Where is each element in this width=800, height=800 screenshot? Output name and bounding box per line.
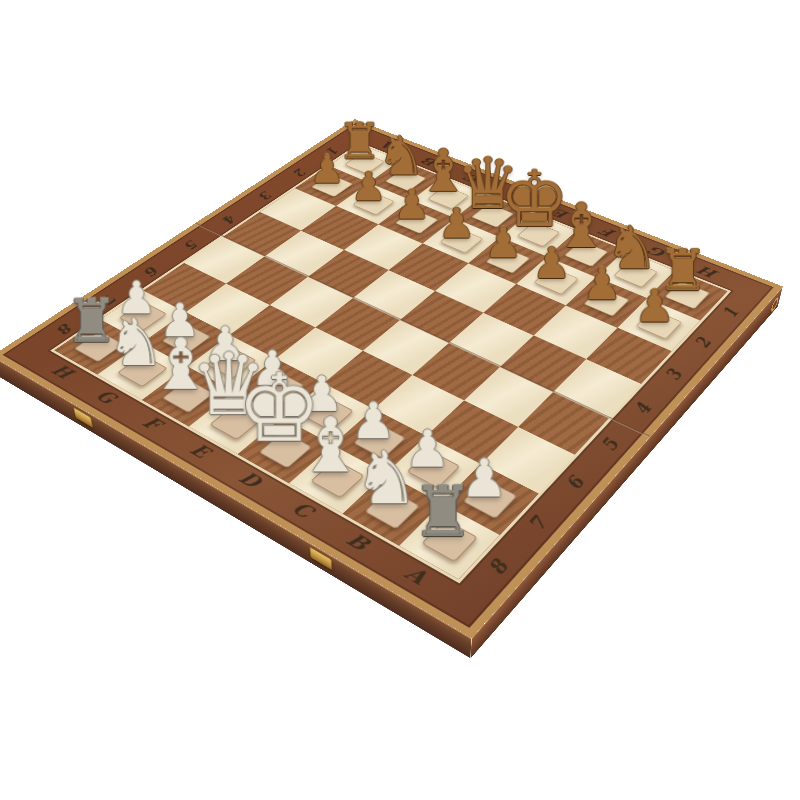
playfield-grid: ♜♞♝♛♚♝♞♜♟♟♟♟♟♟♟♟♟♟♟♟♟♟♟♟♜♞♝♛♚♝♞♜: [55, 144, 728, 579]
white-rook-a8[interactable]: ♜: [401, 477, 485, 547]
chessboard-frame: HGFEDCBA HGFEDCBA 12345678 12345678 ♜♞♝♛…: [0, 119, 783, 638]
square-a2[interactable]: ♟: [618, 298, 701, 351]
brass-ring-icon: [770, 295, 780, 315]
black-pawn-g2[interactable]: ♟: [344, 166, 392, 206]
brass-clasp-icon: [73, 407, 93, 429]
black-pawn-b2[interactable]: ♟: [575, 262, 628, 306]
rank-label-1: 1: [695, 293, 765, 332]
scene: HGFEDCBA HGFEDCBA 12345678 12345678 ♜♞♝♛…: [0, 0, 800, 800]
black-pawn-a2[interactable]: ♟: [627, 283, 681, 328]
photo-canvas: HGFEDCBA HGFEDCBA 12345678 12345678 ♜♞♝♛…: [0, 0, 800, 800]
black-pawn-f2[interactable]: ♟: [387, 184, 436, 225]
black-pawn-e2[interactable]: ♟: [432, 202, 482, 244]
black-pawn-c2[interactable]: ♟: [526, 241, 578, 285]
brass-clasp-icon: [310, 547, 333, 571]
black-pawn-d2[interactable]: ♟: [478, 221, 529, 264]
square-d4[interactable]: [400, 291, 483, 343]
